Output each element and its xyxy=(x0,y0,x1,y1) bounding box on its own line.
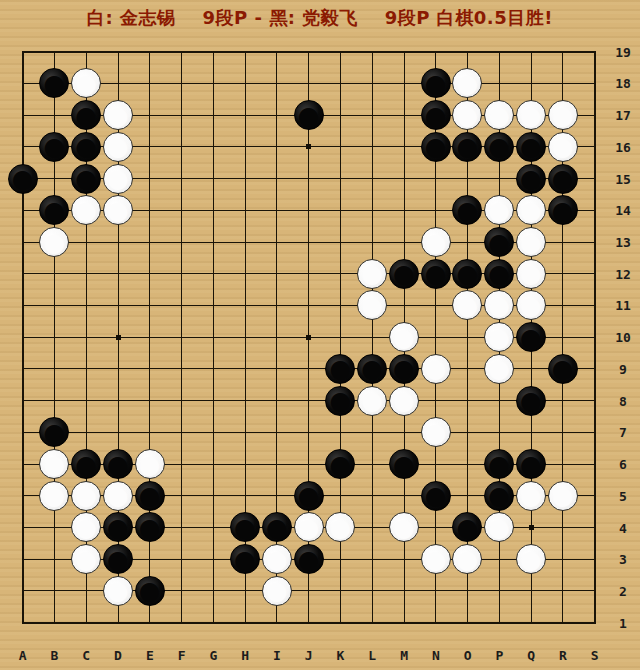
black-stone-A15: ● xyxy=(8,164,38,194)
white-stone-M8: ● xyxy=(389,386,419,416)
black-stone-R14: ● xyxy=(548,195,578,225)
column-label-G: G xyxy=(209,648,217,663)
row-label-13: 13 xyxy=(608,235,638,250)
game-info-header: 白: 金志锡 9段P - 黑: 党毅飞 9段P 白棋0.5目胜! xyxy=(0,0,640,36)
white-stone-O11: ● xyxy=(452,290,482,320)
black-stone-Q10: ● xyxy=(516,322,546,352)
white-stone-O18: ● xyxy=(452,68,482,98)
row-label-14: 14 xyxy=(608,203,638,218)
row-label-11: 11 xyxy=(608,298,638,313)
black-stone-M9: ● xyxy=(389,354,419,384)
white-stone-Q17: ● xyxy=(516,100,546,130)
row-label-2: 2 xyxy=(608,583,638,598)
black-stone-C16: ● xyxy=(71,132,101,162)
column-label-I: I xyxy=(273,648,281,663)
white-stone-P14: ● xyxy=(484,195,514,225)
column-label-B: B xyxy=(51,648,59,663)
black-stone-D4: ● xyxy=(103,512,133,542)
black-stone-N17: ● xyxy=(421,100,451,130)
white-stone-P4: ● xyxy=(484,512,514,542)
black-stone-N18: ● xyxy=(421,68,451,98)
white-stone-D2: ● xyxy=(103,576,133,606)
row-label-9: 9 xyxy=(608,361,638,376)
row-label-5: 5 xyxy=(608,488,638,503)
white-stone-O3: ● xyxy=(452,544,482,574)
black-stone-B7: ● xyxy=(39,417,69,447)
column-label-R: R xyxy=(559,648,567,663)
white-stone-R17: ● xyxy=(548,100,578,130)
black-stone-C15: ● xyxy=(71,164,101,194)
black-stone-M12: ● xyxy=(389,259,419,289)
column-label-H: H xyxy=(241,648,249,663)
white-stone-C4: ● xyxy=(71,512,101,542)
row-label-7: 7 xyxy=(608,425,638,440)
black-stone-R15: ● xyxy=(548,164,578,194)
white-stone-N9: ● xyxy=(421,354,451,384)
black-stone-J3: ● xyxy=(294,544,324,574)
white-stone-B6: ● xyxy=(39,449,69,479)
white-stone-Q3: ● xyxy=(516,544,546,574)
white-stone-D16: ● xyxy=(103,132,133,162)
black-stone-J5: ● xyxy=(294,481,324,511)
white-stone-L11: ● xyxy=(357,290,387,320)
white-stone-I2: ● xyxy=(262,576,292,606)
black-stone-Q16: ● xyxy=(516,132,546,162)
black-stone-D3: ● xyxy=(103,544,133,574)
white-stone-I3: ● xyxy=(262,544,292,574)
row-label-6: 6 xyxy=(608,457,638,472)
white-stone-Q12: ● xyxy=(516,259,546,289)
column-label-Q: Q xyxy=(527,648,535,663)
white-stone-D15: ● xyxy=(103,164,133,194)
white-stone-P10: ● xyxy=(484,322,514,352)
row-label-8: 8 xyxy=(608,393,638,408)
black-stone-O12: ● xyxy=(452,259,482,289)
black-stone-Q15: ● xyxy=(516,164,546,194)
row-label-19: 19 xyxy=(608,44,638,59)
black-stone-N5: ● xyxy=(421,481,451,511)
black-stone-E2: ● xyxy=(135,576,165,606)
row-label-12: 12 xyxy=(608,266,638,281)
black-stone-O14: ● xyxy=(452,195,482,225)
white-stone-M4: ● xyxy=(389,512,419,542)
white-stone-P9: ● xyxy=(484,354,514,384)
white-stone-O17: ● xyxy=(452,100,482,130)
black-stone-K9: ● xyxy=(325,354,355,384)
column-label-E: E xyxy=(146,648,154,663)
black-stone-P12: ● xyxy=(484,259,514,289)
white-stone-Q11: ● xyxy=(516,290,546,320)
black-stone-Q6: ● xyxy=(516,449,546,479)
row-label-15: 15 xyxy=(608,171,638,186)
white-stone-C14: ● xyxy=(71,195,101,225)
white-stone-K4: ● xyxy=(325,512,355,542)
white-stone-Q14: ● xyxy=(516,195,546,225)
column-label-N: N xyxy=(432,648,440,663)
row-label-16: 16 xyxy=(608,139,638,154)
white-stone-C3: ● xyxy=(71,544,101,574)
black-stone-P16: ● xyxy=(484,132,514,162)
white-stone-D5: ● xyxy=(103,481,133,511)
stones-grid: ●●●●●●●●●●●●●●●●●●●●●●●●●●●●●●●●●●●●●●●●… xyxy=(7,36,611,639)
row-label-18: 18 xyxy=(608,76,638,91)
black-stone-D6: ● xyxy=(103,449,133,479)
black-stone-C17: ● xyxy=(71,100,101,130)
column-label-M: M xyxy=(400,648,408,663)
black-stone-C6: ● xyxy=(71,449,101,479)
black-stone-O16: ● xyxy=(452,132,482,162)
black-stone-K6: ● xyxy=(325,449,355,479)
white-stone-N7: ● xyxy=(421,417,451,447)
white-stone-D14: ● xyxy=(103,195,133,225)
row-label-17: 17 xyxy=(608,108,638,123)
white-stone-L8: ● xyxy=(357,386,387,416)
black-stone-H3: ● xyxy=(230,544,260,574)
row-label-3: 3 xyxy=(608,552,638,567)
white-stone-P11: ● xyxy=(484,290,514,320)
white-stone-P17: ● xyxy=(484,100,514,130)
black-stone-P5: ● xyxy=(484,481,514,511)
column-label-F: F xyxy=(178,648,186,663)
column-label-J: J xyxy=(305,648,313,663)
black-stone-K8: ● xyxy=(325,386,355,416)
column-label-S: S xyxy=(591,648,599,663)
white-stone-R16: ● xyxy=(548,132,578,162)
white-stone-Q5: ● xyxy=(516,481,546,511)
white-stone-C18: ● xyxy=(71,68,101,98)
column-label-K: K xyxy=(337,648,345,663)
white-stone-C5: ● xyxy=(71,481,101,511)
black-stone-M6: ● xyxy=(389,449,419,479)
black-stone-Q8: ● xyxy=(516,386,546,416)
row-label-4: 4 xyxy=(608,520,638,535)
go-diagram-page: { "game": "go", "header": { "text": "白: … xyxy=(0,0,640,670)
column-label-C: C xyxy=(82,648,90,663)
row-label-1: 1 xyxy=(608,615,638,630)
black-stone-L9: ● xyxy=(357,354,387,384)
black-stone-E5: ● xyxy=(135,481,165,511)
row-label-10: 10 xyxy=(608,330,638,345)
white-stone-M10: ● xyxy=(389,322,419,352)
white-stone-J4: ● xyxy=(294,512,324,542)
column-label-L: L xyxy=(368,648,376,663)
column-label-O: O xyxy=(464,648,472,663)
white-stone-B13: ● xyxy=(39,227,69,257)
black-stone-N12: ● xyxy=(421,259,451,289)
column-label-P: P xyxy=(495,648,503,663)
white-stone-N3: ● xyxy=(421,544,451,574)
black-stone-O4: ● xyxy=(452,512,482,542)
black-stone-H4: ● xyxy=(230,512,260,542)
white-stone-N13: ● xyxy=(421,227,451,257)
black-stone-P13: ● xyxy=(484,227,514,257)
black-stone-R9: ● xyxy=(548,354,578,384)
black-stone-J17: ● xyxy=(294,100,324,130)
white-stone-B5: ● xyxy=(39,481,69,511)
black-stone-N16: ● xyxy=(421,132,451,162)
column-label-A: A xyxy=(19,648,27,663)
white-stone-E6: ● xyxy=(135,449,165,479)
black-stone-B16: ● xyxy=(39,132,69,162)
black-stone-B14: ● xyxy=(39,195,69,225)
white-stone-D17: ● xyxy=(103,100,133,130)
column-label-D: D xyxy=(114,648,122,663)
black-stone-P6: ● xyxy=(484,449,514,479)
black-stone-E4: ● xyxy=(135,512,165,542)
black-stone-I4: ● xyxy=(262,512,292,542)
black-stone-B18: ● xyxy=(39,68,69,98)
white-stone-L12: ● xyxy=(357,259,387,289)
white-stone-R5: ● xyxy=(548,481,578,511)
white-stone-Q13: ● xyxy=(516,227,546,257)
